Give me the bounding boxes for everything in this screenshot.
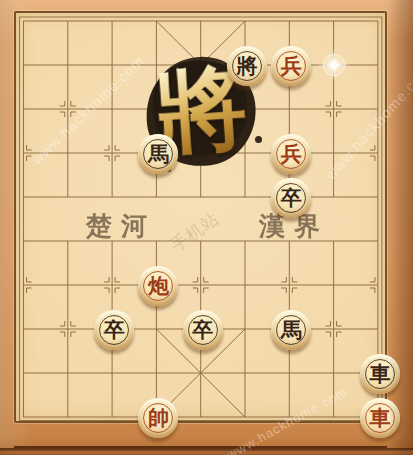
piece-black-horse-1[interactable]: 馬 — [138, 134, 178, 174]
piece-glyph: 車 — [369, 408, 390, 429]
xiangqi-puzzle-screenshot: { "game": "xiangqi", "position": { "fen"… — [0, 0, 413, 455]
piece-red-cannon[interactable]: 炮 — [138, 266, 178, 306]
piece-glyph: 炮 — [148, 276, 169, 297]
piece-glyph: 將 — [237, 56, 258, 77]
piece-glyph: 馬 — [281, 320, 302, 341]
piece-black-general[interactable]: 將 — [227, 46, 267, 86]
piece-glyph: 兵 — [281, 56, 302, 77]
pieces-layer: 將兵馬兵卒炮卒卒馬車帥車 — [1, 0, 400, 439]
piece-glyph: 帥 — [148, 408, 169, 429]
piece-red-chariot[interactable]: 車 — [360, 398, 400, 438]
piece-black-soldier-2[interactable]: 卒 — [94, 310, 134, 350]
piece-red-soldier-2[interactable]: 兵 — [271, 134, 311, 174]
piece-glyph: 卒 — [104, 320, 125, 341]
piece-black-horse-2[interactable]: 馬 — [271, 310, 311, 350]
piece-glyph: 馬 — [148, 144, 169, 165]
piece-red-general[interactable]: 帥 — [138, 398, 178, 438]
piece-glyph: 卒 — [192, 320, 213, 341]
piece-black-soldier-3[interactable]: 卒 — [183, 310, 223, 350]
piece-black-chariot[interactable]: 車 — [360, 354, 400, 394]
piece-red-soldier-1[interactable]: 兵 — [271, 46, 311, 86]
piece-glyph: 卒 — [281, 188, 302, 209]
piece-glyph: 兵 — [281, 144, 302, 165]
piece-black-soldier-1[interactable]: 卒 — [271, 178, 311, 218]
piece-glyph: 車 — [369, 364, 390, 385]
